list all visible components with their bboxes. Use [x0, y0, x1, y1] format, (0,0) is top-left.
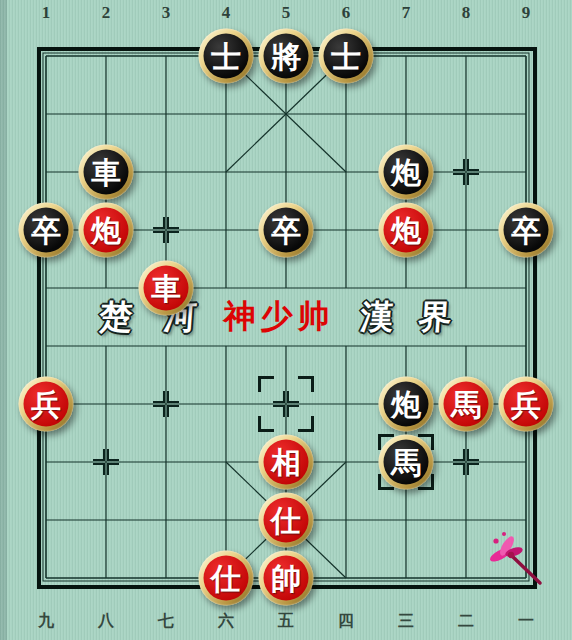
piece-glyph: 炮 — [391, 389, 421, 419]
piece-disc: 炮 — [384, 150, 429, 195]
piece-disc: 士 — [204, 34, 249, 79]
piece-red-chariot[interactable]: 車 — [139, 261, 194, 316]
piece-black-cannon[interactable]: 炮 — [379, 145, 434, 200]
piece-black-horse[interactable]: 馬 — [379, 435, 434, 490]
piece-disc: 炮 — [384, 208, 429, 253]
piece-red-cannon[interactable]: 炮 — [79, 203, 134, 258]
file-label-top: 8 — [462, 3, 471, 23]
piece-black-chariot[interactable]: 車 — [79, 145, 134, 200]
last-move-from-bracket — [258, 376, 314, 432]
point-marker-icon — [152, 390, 180, 418]
piece-glyph: 士 — [211, 41, 241, 71]
piece-glyph: 將 — [271, 41, 301, 71]
point-marker-icon — [92, 448, 120, 476]
file-label-top: 1 — [42, 3, 51, 23]
piece-red-soldier[interactable]: 兵 — [19, 377, 74, 432]
piece-black-general[interactable]: 將 — [259, 29, 314, 84]
file-label-top: 2 — [102, 3, 111, 23]
app-watermark: 神少帅 — [224, 295, 335, 339]
piece-black-cannon[interactable]: 炮 — [379, 377, 434, 432]
piece-disc: 卒 — [24, 208, 69, 253]
piece-disc: 馬 — [384, 440, 429, 485]
file-label-top: 4 — [222, 3, 231, 23]
piece-disc: 相 — [264, 440, 309, 485]
piece-red-elephant[interactable]: 相 — [259, 435, 314, 490]
piece-disc: 卒 — [504, 208, 549, 253]
piece-black-soldier[interactable]: 卒 — [19, 203, 74, 258]
piece-red-advisor[interactable]: 仕 — [259, 493, 314, 548]
river-text-right-char: 漢 — [359, 295, 395, 340]
piece-black-soldier[interactable]: 卒 — [499, 203, 554, 258]
piece-glyph: 卒 — [271, 215, 301, 245]
file-label-top: 9 — [522, 3, 531, 23]
xiangqi-app-window: 123456789 九八七六五四三二一 楚河漢界神少帅 士將士車炮卒炮卒炮卒車兵… — [0, 0, 572, 640]
file-label-bottom: 四 — [338, 611, 354, 632]
piece-disc: 車 — [84, 150, 129, 195]
piece-disc: 車 — [144, 266, 189, 311]
piece-disc: 仕 — [204, 556, 249, 601]
piece-glyph: 仕 — [211, 563, 241, 593]
piece-glyph: 車 — [151, 273, 181, 303]
file-label-bottom: 一 — [518, 611, 534, 632]
file-label-bottom: 五 — [278, 611, 294, 632]
piece-glyph: 馬 — [451, 389, 481, 419]
piece-red-cannon[interactable]: 炮 — [379, 203, 434, 258]
piece-glyph: 相 — [271, 447, 301, 477]
point-marker-icon — [152, 216, 180, 244]
piece-red-soldier[interactable]: 兵 — [499, 377, 554, 432]
file-label-top: 3 — [162, 3, 171, 23]
file-label-bottom: 九 — [38, 611, 54, 632]
piece-glyph: 兵 — [511, 389, 541, 419]
piece-red-general[interactable]: 帥 — [259, 551, 314, 606]
piece-glyph: 卒 — [31, 215, 61, 245]
piece-disc: 士 — [324, 34, 369, 79]
piece-glyph: 炮 — [391, 157, 421, 187]
file-label-bottom: 八 — [98, 611, 114, 632]
piece-glyph: 士 — [331, 41, 361, 71]
file-label-bottom: 七 — [158, 611, 174, 632]
piece-disc: 卒 — [264, 208, 309, 253]
piece-glyph: 炮 — [391, 215, 421, 245]
piece-disc: 兵 — [24, 382, 69, 427]
file-label-bottom: 二 — [458, 611, 474, 632]
file-label-top: 5 — [282, 3, 291, 23]
piece-black-advisor[interactable]: 士 — [319, 29, 374, 84]
point-marker-icon — [452, 448, 480, 476]
piece-black-soldier[interactable]: 卒 — [259, 203, 314, 258]
piece-glyph: 車 — [91, 157, 121, 187]
point-marker-icon — [452, 158, 480, 186]
file-label-top: 6 — [342, 3, 351, 23]
piece-disc: 將 — [264, 34, 309, 79]
piece-glyph: 帥 — [271, 563, 301, 593]
piece-glyph: 卒 — [511, 215, 541, 245]
piece-red-horse[interactable]: 馬 — [439, 377, 494, 432]
piece-glyph: 仕 — [271, 505, 301, 535]
file-label-bottom: 六 — [218, 611, 234, 632]
piece-disc: 仕 — [264, 498, 309, 543]
river-text-right-char: 界 — [417, 295, 453, 340]
piece-glyph: 馬 — [391, 447, 421, 477]
piece-glyph: 炮 — [91, 215, 121, 245]
piece-disc: 帥 — [264, 556, 309, 601]
piece-black-advisor[interactable]: 士 — [199, 29, 254, 84]
dragonfly-cursor-icon — [484, 524, 546, 586]
file-label-bottom: 三 — [398, 611, 414, 632]
piece-glyph: 兵 — [31, 389, 61, 419]
river-text-left-char: 楚 — [98, 295, 134, 340]
piece-disc: 炮 — [384, 382, 429, 427]
piece-red-advisor[interactable]: 仕 — [199, 551, 254, 606]
piece-disc: 兵 — [504, 382, 549, 427]
piece-disc: 炮 — [84, 208, 129, 253]
file-label-top: 7 — [402, 3, 411, 23]
piece-disc: 馬 — [444, 382, 489, 427]
